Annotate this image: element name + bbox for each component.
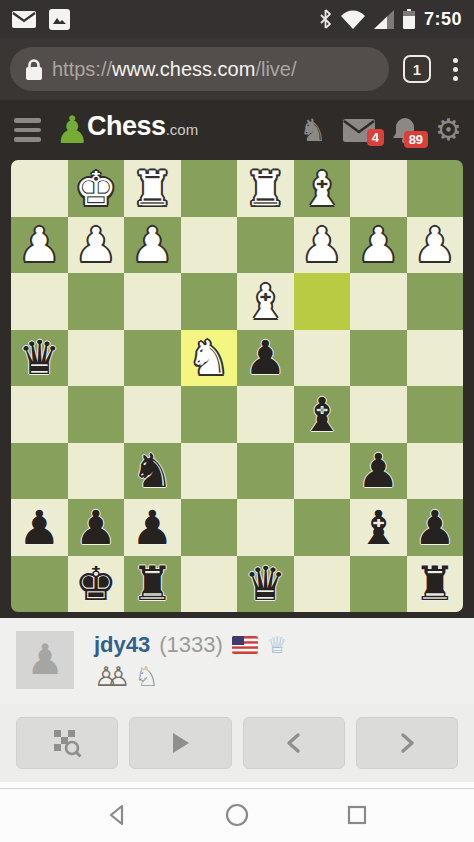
hamburger-menu-button[interactable] (12, 114, 43, 146)
status-bar: 7:50 (0, 0, 474, 38)
us-flag-icon (232, 636, 258, 654)
play-icon (168, 731, 192, 755)
square-c6[interactable] (294, 443, 351, 500)
square-d7[interactable] (237, 499, 294, 556)
square-e7[interactable] (181, 499, 238, 556)
black-pawn[interactable]: ♟ (414, 504, 456, 551)
square-f1[interactable]: ♜ (124, 160, 181, 217)
square-b2[interactable]: ♟ (350, 217, 407, 274)
settings-button[interactable]: ⚙ (435, 115, 462, 145)
black-pawn[interactable]: ♟ (18, 504, 60, 551)
bluetooth-icon (319, 9, 332, 29)
tab-switcher-button[interactable]: 1 (403, 55, 431, 83)
square-b1[interactable] (350, 160, 407, 217)
messages-badge: 4 (367, 129, 384, 146)
square-g1[interactable]: ♚ (68, 160, 125, 217)
browser-chrome: https://www.chess.com/live/ 1 (0, 38, 474, 100)
black-rook[interactable]: ♜ (131, 560, 173, 607)
square-a4[interactable] (407, 330, 464, 387)
square-c4[interactable] (294, 330, 351, 387)
square-h8[interactable] (11, 556, 68, 613)
square-h3[interactable] (11, 273, 68, 330)
square-b4[interactable] (350, 330, 407, 387)
square-f3[interactable] (124, 273, 181, 330)
captured-pieces-tray: ♙♙♘ (94, 663, 287, 690)
previous-move-button[interactable] (243, 717, 345, 769)
crown-icon: ♕ (267, 634, 288, 657)
lock-icon (26, 59, 42, 80)
knight-icon: ♞ (299, 115, 327, 146)
play-forward-button[interactable] (129, 717, 231, 769)
logo-tld-text: .com (166, 121, 199, 138)
square-e1[interactable] (181, 160, 238, 217)
white-knight[interactable]: ♞ (188, 334, 230, 381)
white-pawn[interactable]: ♟ (131, 221, 173, 268)
square-f6[interactable]: ♞ (124, 443, 181, 500)
white-bishop[interactable]: ♝ (244, 278, 286, 325)
white-pawn[interactable]: ♟ (75, 221, 117, 268)
square-a7[interactable]: ♟ (407, 499, 464, 556)
square-g5[interactable] (68, 386, 125, 443)
square-f4[interactable] (124, 330, 181, 387)
captured-white-pawns: ♙♙ (94, 661, 118, 692)
square-h2[interactable]: ♟ (11, 217, 68, 274)
white-pawn[interactable]: ♟ (414, 221, 456, 268)
square-a2[interactable]: ♟ (407, 217, 464, 274)
chess-board: ♚♜♜♝♟♟♟♟♟♟♝♛♞♟♝♞♟♟♟♟♝♟♚♜♛♜ (11, 160, 463, 612)
logo-pawn-icon: ♟ (55, 111, 89, 149)
square-e8[interactable] (181, 556, 238, 613)
board-area: ♚♜♜♝♟♟♟♟♟♟♝♛♞♟♝♞♟♟♟♟♝♟♚♜♛♜ (0, 160, 474, 612)
white-bishop[interactable]: ♝ (301, 165, 343, 212)
square-h5[interactable] (11, 386, 68, 443)
square-f7[interactable]: ♟ (124, 499, 181, 556)
square-d4[interactable]: ♟ (237, 330, 294, 387)
square-b3[interactable] (350, 273, 407, 330)
square-a3[interactable] (407, 273, 464, 330)
square-h1[interactable] (11, 160, 68, 217)
white-pawn[interactable]: ♟ (301, 221, 343, 268)
square-g2[interactable]: ♟ (68, 217, 125, 274)
square-d8[interactable]: ♛ (237, 556, 294, 613)
square-a1[interactable] (407, 160, 464, 217)
square-e4[interactable]: ♞ (181, 330, 238, 387)
black-pawn[interactable]: ♟ (244, 334, 286, 381)
nav-recents-button[interactable] (346, 804, 368, 826)
nav-separator (0, 782, 474, 789)
board-search-button[interactable] (16, 717, 118, 769)
messages-button[interactable]: 4 (343, 119, 375, 142)
black-pawn[interactable]: ♟ (357, 447, 399, 494)
black-queen[interactable]: ♛ (18, 334, 60, 381)
square-e6[interactable] (181, 443, 238, 500)
square-a5[interactable] (407, 386, 464, 443)
square-d2[interactable] (237, 217, 294, 274)
square-c3[interactable] (294, 273, 351, 330)
tab-count: 1 (413, 61, 421, 78)
square-c1[interactable]: ♝ (294, 160, 351, 217)
android-navigation-area (0, 782, 474, 842)
url-field[interactable]: https://www.chess.com/live/ (10, 47, 389, 91)
black-rook[interactable]: ♜ (414, 560, 456, 607)
black-bishop[interactable]: ♝ (357, 504, 399, 551)
black-pawn[interactable]: ♟ (131, 504, 173, 551)
black-knight[interactable]: ♞ (131, 447, 173, 494)
square-b8[interactable] (350, 556, 407, 613)
square-a6[interactable] (407, 443, 464, 500)
square-g6[interactable] (68, 443, 125, 500)
player-username[interactable]: jdy43 (94, 632, 150, 658)
avatar[interactable]: ♟ (16, 631, 74, 689)
black-pawn[interactable]: ♟ (75, 504, 117, 551)
signal-icon (374, 10, 394, 29)
square-f2[interactable]: ♟ (124, 217, 181, 274)
chevron-left-icon (284, 732, 304, 754)
logo-brand-text: Chess (87, 111, 166, 142)
square-h7[interactable]: ♟ (11, 499, 68, 556)
black-queen[interactable]: ♛ (244, 560, 286, 607)
square-b7[interactable]: ♝ (350, 499, 407, 556)
player-card: ♟ jdy43 (1333) ♕ ♙♙♘ (0, 618, 474, 704)
square-g7[interactable]: ♟ (68, 499, 125, 556)
black-bishop[interactable]: ♝ (301, 391, 343, 438)
clock: 7:50 (424, 9, 462, 30)
square-c8[interactable] (294, 556, 351, 613)
photo-icon (49, 9, 70, 30)
gear-icon: ⚙ (435, 115, 462, 145)
square-f5[interactable] (124, 386, 181, 443)
square-d5[interactable] (237, 386, 294, 443)
url-text: https://www.chess.com/live/ (52, 58, 297, 81)
square-d1[interactable]: ♜ (237, 160, 294, 217)
square-g3[interactable] (68, 273, 125, 330)
square-c7[interactable] (294, 499, 351, 556)
chesscom-logo[interactable]: ♟ Chess .com (55, 111, 198, 149)
square-b6[interactable]: ♟ (350, 443, 407, 500)
captured-white-knight: ♘ (134, 661, 158, 692)
alerts-badge: 89 (404, 131, 428, 148)
white-rook[interactable]: ♜ (131, 165, 173, 212)
white-pawn[interactable]: ♟ (357, 221, 399, 268)
site-header: ♟ Chess .com ♞ 4 89 ⚙ (0, 100, 474, 160)
square-g4[interactable] (68, 330, 125, 387)
white-pawn[interactable]: ♟ (18, 221, 60, 268)
board-search-icon (52, 728, 82, 758)
square-b5[interactable] (350, 386, 407, 443)
square-d3[interactable]: ♝ (237, 273, 294, 330)
square-a8[interactable]: ♜ (407, 556, 464, 613)
square-e3[interactable] (181, 273, 238, 330)
browser-menu-button[interactable] (447, 54, 464, 85)
square-g8[interactable]: ♚ (68, 556, 125, 613)
chevron-right-icon (397, 732, 417, 754)
square-h4[interactable]: ♛ (11, 330, 68, 387)
mail-icon (12, 11, 36, 28)
square-f8[interactable]: ♜ (124, 556, 181, 613)
square-e2[interactable] (181, 217, 238, 274)
square-c2[interactable]: ♟ (294, 217, 351, 274)
alerts-button[interactable]: 89 (391, 116, 419, 144)
square-c5[interactable]: ♝ (294, 386, 351, 443)
black-king[interactable]: ♚ (75, 560, 117, 607)
avatar-pawn-icon: ♟ (26, 639, 64, 681)
player-rating: (1333) (159, 632, 223, 658)
next-move-button[interactable] (356, 717, 458, 769)
white-king[interactable]: ♚ (75, 165, 117, 212)
game-toolbar (0, 704, 474, 782)
white-rook[interactable]: ♜ (244, 165, 286, 212)
nav-home-button[interactable] (225, 803, 249, 827)
square-h6[interactable] (11, 443, 68, 500)
battery-icon (403, 9, 415, 29)
square-d6[interactable] (237, 443, 294, 500)
wifi-icon (341, 10, 365, 29)
play-knight-button[interactable]: ♞ (299, 115, 327, 146)
square-e5[interactable] (181, 386, 238, 443)
nav-back-button[interactable] (106, 804, 128, 826)
